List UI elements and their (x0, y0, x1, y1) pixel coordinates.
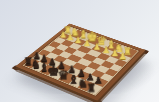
board-foot (11, 65, 21, 71)
photo-background: ♜♞♝♚♛♝♞♜♟♟♟♟♟♟♟♟♟♟♟♟♟♟♟♟♜♞♝♚♛♝♞♜ (0, 0, 159, 102)
board-foot (140, 49, 149, 54)
chess-board: ♜♞♝♚♛♝♞♜♟♟♟♟♟♟♟♟♟♟♟♟♟♟♟♟♜♞♝♚♛♝♞♜ (15, 23, 145, 100)
square-b3 (106, 56, 119, 64)
board-foot (92, 98, 103, 102)
piece-black-rook: ♜ (24, 57, 33, 67)
piece-black-pawn: ♟ (33, 51, 41, 60)
square-h8: ♜ (24, 58, 40, 68)
board-squares: ♜♞♝♚♛♝♞♜♟♟♟♟♟♟♟♟♟♟♟♟♟♟♟♟♜♞♝♚♛♝♞♜ (24, 27, 138, 94)
scene: ♜♞♝♚♛♝♞♜♟♟♟♟♟♟♟♟♟♟♟♟♟♟♟♟♜♞♝♚♛♝♞♜ (0, 0, 159, 102)
piece-black-pawn: ♟ (49, 58, 57, 67)
